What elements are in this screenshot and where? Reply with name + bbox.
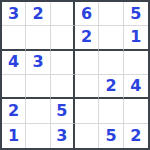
cell-r2c6[interactable]: 1	[124, 26, 148, 50]
given-digit: 2	[105, 78, 116, 94]
cell-r6c5[interactable]: 5	[99, 124, 123, 148]
given-digit: 5	[105, 128, 116, 144]
cell-r1c2[interactable]: 2	[26, 2, 50, 26]
cell-r4c4[interactable]	[75, 75, 99, 99]
cell-r3c3[interactable]	[51, 51, 75, 75]
cell-r4c3[interactable]	[51, 75, 75, 99]
given-digit: 5	[130, 6, 141, 22]
cell-r6c1[interactable]: 1	[2, 124, 26, 148]
given-digit: 2	[8, 103, 19, 119]
cell-r1c4[interactable]: 6	[75, 2, 99, 26]
cell-r3c5[interactable]	[99, 51, 123, 75]
cell-r3c1[interactable]: 4	[2, 51, 26, 75]
cell-r2c1[interactable]	[2, 26, 26, 50]
cell-r3c2[interactable]: 3	[26, 51, 50, 75]
given-digit: 3	[32, 54, 43, 70]
given-digit: 2	[130, 128, 141, 144]
given-digit: 5	[56, 103, 67, 119]
cell-r6c6[interactable]: 2	[124, 124, 148, 148]
given-digit: 1	[130, 29, 141, 45]
cell-r1c3[interactable]	[51, 2, 75, 26]
cell-r5c4[interactable]	[75, 99, 99, 123]
cell-r4c5[interactable]: 2	[99, 75, 123, 99]
cell-r5c5[interactable]	[99, 99, 123, 123]
cell-r5c6[interactable]	[124, 99, 148, 123]
cell-r5c2[interactable]	[26, 99, 50, 123]
given-digit: 3	[56, 128, 67, 144]
cell-r3c4[interactable]	[75, 51, 99, 75]
given-digit: 6	[81, 6, 92, 22]
given-digit: 2	[81, 29, 92, 45]
cell-r6c2[interactable]	[26, 124, 50, 148]
cell-r1c5[interactable]	[99, 2, 123, 26]
cell-r6c4[interactable]	[75, 124, 99, 148]
cell-r2c2[interactable]	[26, 26, 50, 50]
given-digit: 1	[8, 128, 19, 144]
cell-r2c4[interactable]: 2	[75, 26, 99, 50]
given-digit: 2	[32, 6, 43, 22]
cell-r1c1[interactable]: 3	[2, 2, 26, 26]
cell-r1c6[interactable]: 5	[124, 2, 148, 26]
cell-r3c6[interactable]	[124, 51, 148, 75]
cell-r6c3[interactable]: 3	[51, 124, 75, 148]
given-digit: 4	[130, 78, 141, 94]
given-digit: 4	[8, 54, 19, 70]
cell-r4c6[interactable]: 4	[124, 75, 148, 99]
cell-r4c1[interactable]	[2, 75, 26, 99]
cell-r2c5[interactable]	[99, 26, 123, 50]
given-digit: 3	[8, 6, 19, 22]
cell-r5c3[interactable]: 5	[51, 99, 75, 123]
cell-r4c2[interactable]	[26, 75, 50, 99]
cell-r2c3[interactable]	[51, 26, 75, 50]
sudoku-board: 3265214324251352	[0, 0, 150, 150]
cell-r5c1[interactable]: 2	[2, 99, 26, 123]
